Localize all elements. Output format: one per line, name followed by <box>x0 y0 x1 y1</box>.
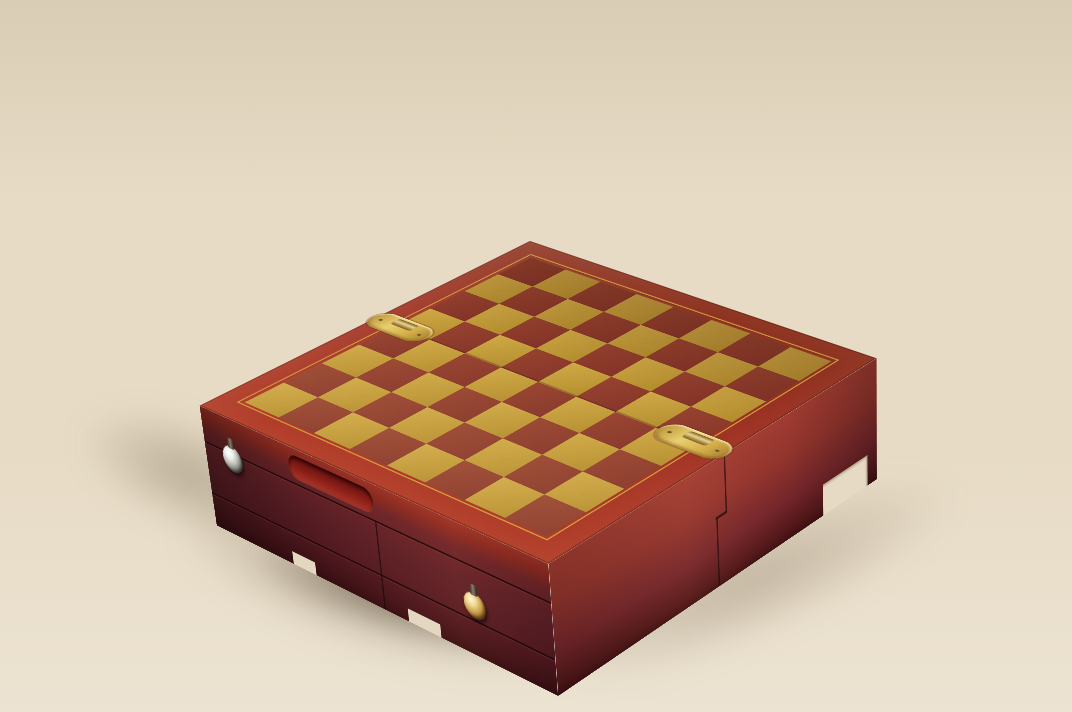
foot-notch <box>408 608 442 637</box>
piece-glyph: ♟ <box>693 321 739 376</box>
chess-box-scene: ♜♞♝♛♚♝♞♜♟♟♟♟♟♟♟♟♟♟♟♟♟♟♟♟♜♞♝♚♛♝♞♜ <box>0 0 1072 712</box>
side-foot-notch <box>823 455 868 516</box>
screw-icon <box>416 333 423 336</box>
piece-glyph: ♜ <box>510 454 568 524</box>
fold-seam-right <box>716 518 720 587</box>
screw-icon <box>714 449 722 453</box>
fold-seam-right <box>724 453 727 512</box>
screw-icon <box>378 318 385 321</box>
piece-glyph: ♟ <box>734 335 780 391</box>
screw-icon <box>666 430 673 434</box>
drawer-knob-brass <box>463 588 487 624</box>
fold-seam-step <box>716 510 728 520</box>
drawer-knob-chrome <box>221 442 244 477</box>
board-top: ♜♞♝♛♚♝♞♜♟♟♟♟♟♟♟♟♟♟♟♟♟♟♟♟♜♞♝♚♛♝♞♜ <box>199 241 876 564</box>
drawer-divider-seam <box>375 520 386 610</box>
foot-notch <box>292 551 316 575</box>
product-photo: ♜♞♝♛♚♝♞♜♟♟♟♟♟♟♟♟♟♟♟♟♟♟♟♟♜♞♝♚♛♝♞♜ <box>0 0 1072 712</box>
